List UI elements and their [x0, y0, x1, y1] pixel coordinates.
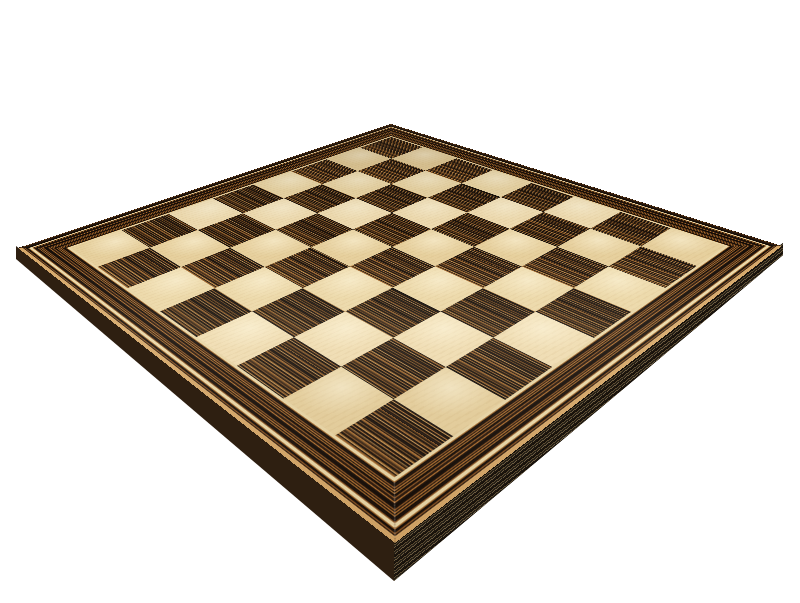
chess-board — [18, 124, 782, 543]
squares-grid — [71, 137, 725, 477]
product-photo-canvas — [0, 0, 800, 603]
maple-inlay-border — [67, 136, 729, 481]
